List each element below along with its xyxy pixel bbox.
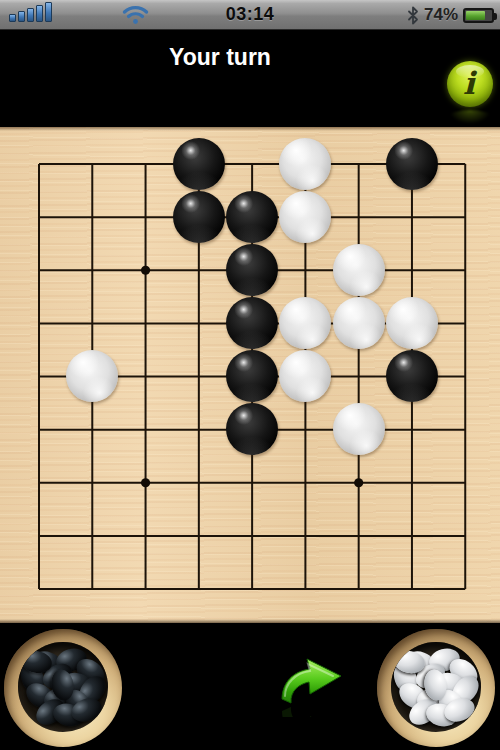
- board-intersection[interactable]: [119, 244, 172, 297]
- white-stone: [279, 350, 331, 402]
- black-stone: [226, 244, 278, 296]
- title-bar: Your turn i: [0, 30, 500, 127]
- bluetooth-icon: [407, 6, 419, 25]
- board-intersection[interactable]: [12, 297, 65, 350]
- white-stone: [279, 297, 331, 349]
- board-intersection[interactable]: [439, 191, 492, 244]
- board-intersection[interactable]: [66, 456, 119, 509]
- board-intersection[interactable]: [225, 562, 278, 615]
- board-intersection[interactable]: [12, 191, 65, 244]
- board-intersection[interactable]: [279, 562, 332, 615]
- board-intersection[interactable]: [332, 403, 385, 456]
- board-intersection[interactable]: [172, 191, 225, 244]
- board-intersection[interactable]: [119, 350, 172, 403]
- board-intersection[interactable]: [172, 403, 225, 456]
- board-intersection[interactable]: [172, 562, 225, 615]
- board-intersection[interactable]: [119, 297, 172, 350]
- black-stone: [226, 350, 278, 402]
- board-intersection[interactable]: [332, 350, 385, 403]
- white-stone: [66, 350, 118, 402]
- board-intersection[interactable]: [172, 244, 225, 297]
- board-intersection[interactable]: [172, 350, 225, 403]
- board-intersection[interactable]: [172, 509, 225, 562]
- board-intersection[interactable]: [385, 244, 438, 297]
- black-stone: [226, 191, 278, 243]
- white-stone: [386, 297, 438, 349]
- board-intersection[interactable]: [66, 562, 119, 615]
- board-intersection[interactable]: [225, 137, 278, 190]
- board-intersection[interactable]: [12, 509, 65, 562]
- board-intersection[interactable]: [385, 562, 438, 615]
- board-intersection[interactable]: [66, 509, 119, 562]
- board-intersection[interactable]: [172, 456, 225, 509]
- turn-status-text: Your turn: [0, 44, 440, 71]
- board-intersection[interactable]: [439, 562, 492, 615]
- board-intersection[interactable]: [66, 244, 119, 297]
- board-intersection[interactable]: [279, 244, 332, 297]
- app-screen: 03:14 74% Your turn i: [0, 0, 500, 750]
- bottom-bar: [0, 623, 500, 750]
- board-intersection[interactable]: [279, 509, 332, 562]
- board-intersection[interactable]: [225, 244, 278, 297]
- board-intersection[interactable]: [279, 456, 332, 509]
- board-intersection[interactable]: [119, 456, 172, 509]
- board-intersection[interactable]: [279, 403, 332, 456]
- board-intersection[interactable]: [385, 137, 438, 190]
- white-stone: [279, 138, 331, 190]
- board-intersection[interactable]: [12, 244, 65, 297]
- white-stone: [333, 297, 385, 349]
- board-intersection[interactable]: [439, 244, 492, 297]
- board-intersection[interactable]: [332, 509, 385, 562]
- board-intersection[interactable]: [119, 562, 172, 615]
- board-intersection[interactable]: [225, 350, 278, 403]
- board-intersection[interactable]: [385, 350, 438, 403]
- board-intersection[interactable]: [119, 137, 172, 190]
- board-intersection[interactable]: [385, 191, 438, 244]
- board-intersection[interactable]: [385, 297, 438, 350]
- board-intersection[interactable]: [332, 137, 385, 190]
- board-intersection[interactable]: [385, 403, 438, 456]
- board-intersection[interactable]: [12, 350, 65, 403]
- board-intersection[interactable]: [66, 403, 119, 456]
- board-intersection[interactable]: [279, 350, 332, 403]
- black-stone: [386, 138, 438, 190]
- board-intersection[interactable]: [119, 403, 172, 456]
- board-intersection[interactable]: [385, 456, 438, 509]
- board-intersection[interactable]: [225, 297, 278, 350]
- go-board: [0, 127, 500, 623]
- board-intersection[interactable]: [12, 562, 65, 615]
- white-stone: [333, 403, 385, 455]
- black-bowl-interior: [18, 642, 108, 732]
- board-intersection[interactable]: [225, 456, 278, 509]
- board-intersection[interactable]: [12, 456, 65, 509]
- black-stone: [226, 403, 278, 455]
- board-intersection[interactable]: [439, 350, 492, 403]
- white-stone: [333, 244, 385, 296]
- status-bar: 03:14 74%: [0, 0, 500, 30]
- info-icon: i: [463, 65, 475, 101]
- board-intersection[interactable]: [279, 191, 332, 244]
- info-button[interactable]: i: [447, 61, 493, 107]
- battery-fill: [466, 11, 485, 20]
- battery-nub: [494, 13, 497, 20]
- board-intersection[interactable]: [119, 509, 172, 562]
- board-intersection[interactable]: [172, 137, 225, 190]
- board-intersection[interactable]: [332, 456, 385, 509]
- board-intersection[interactable]: [385, 509, 438, 562]
- board-intersection[interactable]: [119, 191, 172, 244]
- board-intersection[interactable]: [439, 509, 492, 562]
- board-intersection[interactable]: [66, 191, 119, 244]
- white-stones-bowl: [377, 629, 495, 747]
- board-intersection[interactable]: [12, 403, 65, 456]
- board-intersection[interactable]: [439, 456, 492, 509]
- black-stone: [173, 191, 225, 243]
- board-intersection[interactable]: [439, 297, 492, 350]
- board-intersection[interactable]: [332, 297, 385, 350]
- battery-icon: [463, 8, 494, 23]
- stones-grid: [12, 137, 491, 615]
- board-intersection[interactable]: [172, 297, 225, 350]
- board-intersection[interactable]: [66, 297, 119, 350]
- battery-percent: 74%: [424, 5, 458, 25]
- board-intersection[interactable]: [332, 191, 385, 244]
- board-intersection[interactable]: [66, 350, 119, 403]
- board-intersection[interactable]: [225, 191, 278, 244]
- board-intersection[interactable]: [439, 403, 492, 456]
- board-intersection[interactable]: [332, 562, 385, 615]
- black-stone: [226, 297, 278, 349]
- board-intersection[interactable]: [279, 297, 332, 350]
- info-button-reflection: [449, 110, 491, 124]
- board-intersection[interactable]: [66, 137, 119, 190]
- black-stones-bowl: [4, 629, 122, 747]
- board-intersection[interactable]: [439, 137, 492, 190]
- white-bowl-interior: [391, 642, 481, 732]
- board-intersection[interactable]: [332, 244, 385, 297]
- board-intersection[interactable]: [225, 509, 278, 562]
- turn-arrow-icon: [277, 655, 349, 717]
- board-intersection[interactable]: [225, 403, 278, 456]
- black-stone: [173, 138, 225, 190]
- board-intersection[interactable]: [279, 137, 332, 190]
- board-intersection[interactable]: [12, 137, 65, 190]
- white-stone: [279, 191, 331, 243]
- status-right-group: 74%: [407, 0, 494, 30]
- black-stone: [386, 350, 438, 402]
